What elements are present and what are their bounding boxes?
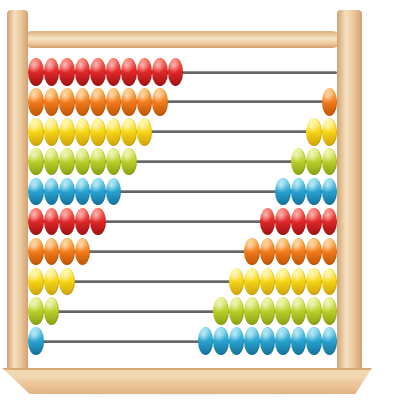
bead[interactable] (137, 88, 153, 116)
bead[interactable] (44, 297, 60, 325)
bead[interactable] (28, 208, 44, 236)
bead[interactable] (244, 297, 260, 325)
bead[interactable] (59, 178, 75, 206)
bead[interactable] (244, 327, 260, 355)
bead-group-right (229, 268, 338, 296)
bead[interactable] (121, 148, 137, 176)
bead[interactable] (229, 327, 245, 355)
bead[interactable] (44, 178, 60, 206)
bead-group-left (28, 118, 152, 146)
bead[interactable] (137, 58, 153, 86)
bead[interactable] (291, 238, 307, 266)
bead[interactable] (244, 238, 260, 266)
bead[interactable] (44, 118, 60, 146)
bead[interactable] (28, 268, 44, 296)
bead[interactable] (28, 297, 44, 325)
bead[interactable] (322, 297, 338, 325)
frame-left-post (7, 10, 28, 369)
bead[interactable] (306, 148, 322, 176)
bead[interactable] (322, 178, 338, 206)
bead[interactable] (275, 238, 291, 266)
bead-group-right (198, 327, 338, 355)
bead[interactable] (59, 208, 75, 236)
bead-group-left (28, 208, 106, 236)
bead-group-left (28, 58, 183, 86)
bead[interactable] (137, 118, 153, 146)
bead-group-right (275, 178, 337, 206)
bead[interactable] (106, 118, 122, 146)
bead[interactable] (28, 58, 44, 86)
bead-group-left (28, 297, 59, 325)
bead-row (28, 148, 337, 176)
bead[interactable] (322, 118, 338, 146)
bead-row (28, 327, 337, 355)
bead[interactable] (275, 268, 291, 296)
bead[interactable] (59, 118, 75, 146)
bead[interactable] (59, 88, 75, 116)
bead[interactable] (44, 58, 60, 86)
bead[interactable] (291, 268, 307, 296)
bead[interactable] (28, 118, 44, 146)
bead[interactable] (291, 178, 307, 206)
bead[interactable] (28, 238, 44, 266)
bead[interactable] (75, 148, 91, 176)
bead[interactable] (213, 297, 229, 325)
bead-row (28, 208, 337, 236)
bead[interactable] (59, 58, 75, 86)
bead-row (28, 58, 337, 86)
bead[interactable] (322, 327, 338, 355)
bead[interactable] (106, 58, 122, 86)
bead[interactable] (291, 148, 307, 176)
bead[interactable] (44, 88, 60, 116)
bead-row (28, 88, 337, 116)
bead[interactable] (44, 148, 60, 176)
bead[interactable] (90, 208, 106, 236)
bead[interactable] (291, 297, 307, 325)
bead[interactable] (75, 88, 91, 116)
bead[interactable] (322, 148, 338, 176)
bead[interactable] (229, 268, 245, 296)
bead[interactable] (121, 88, 137, 116)
bead-group-right (260, 208, 338, 236)
bead-group-left (28, 238, 90, 266)
frame-right-post (337, 10, 362, 369)
bead[interactable] (44, 238, 60, 266)
bead[interactable] (75, 238, 91, 266)
bead[interactable] (59, 268, 75, 296)
bead-row (28, 238, 337, 266)
bead[interactable] (75, 178, 91, 206)
bead[interactable] (260, 297, 276, 325)
bead[interactable] (90, 148, 106, 176)
bead[interactable] (168, 58, 184, 86)
bead[interactable] (28, 178, 44, 206)
bead-group-right (291, 148, 338, 176)
bead[interactable] (322, 238, 338, 266)
bead[interactable] (260, 268, 276, 296)
bead-group-left (28, 178, 121, 206)
bead[interactable] (306, 327, 322, 355)
frame-top-bar (24, 31, 340, 48)
bead-group-left (28, 327, 44, 355)
frame-base (2, 368, 372, 394)
bead[interactable] (306, 268, 322, 296)
bead[interactable] (90, 118, 106, 146)
bead-group-right (306, 118, 337, 146)
bead-group-left (28, 268, 75, 296)
bead[interactable] (322, 268, 338, 296)
bead[interactable] (275, 178, 291, 206)
abacus (0, 0, 400, 400)
bead[interactable] (59, 238, 75, 266)
bead[interactable] (306, 178, 322, 206)
bead[interactable] (260, 327, 276, 355)
bead[interactable] (213, 327, 229, 355)
bead[interactable] (59, 148, 75, 176)
bead[interactable] (28, 88, 44, 116)
bead[interactable] (106, 178, 122, 206)
bead[interactable] (152, 88, 168, 116)
bead[interactable] (306, 208, 322, 236)
bead[interactable] (121, 58, 137, 86)
bead[interactable] (28, 148, 44, 176)
bead[interactable] (244, 268, 260, 296)
bead[interactable] (322, 88, 338, 116)
bead[interactable] (260, 208, 276, 236)
bead[interactable] (198, 327, 214, 355)
bead[interactable] (275, 208, 291, 236)
bead-group-left (28, 88, 168, 116)
bead[interactable] (306, 118, 322, 146)
bead[interactable] (275, 297, 291, 325)
bead[interactable] (106, 148, 122, 176)
bead-group-left (28, 148, 137, 176)
bead[interactable] (28, 327, 44, 355)
bead[interactable] (152, 58, 168, 86)
bead-row (28, 178, 337, 206)
bead-row (28, 118, 337, 146)
bead[interactable] (291, 208, 307, 236)
bead[interactable] (121, 118, 137, 146)
bead-group-right (213, 297, 337, 325)
bead[interactable] (106, 88, 122, 116)
bead[interactable] (90, 88, 106, 116)
bead[interactable] (291, 327, 307, 355)
bead[interactable] (90, 58, 106, 86)
bead[interactable] (44, 268, 60, 296)
bead[interactable] (75, 118, 91, 146)
bead[interactable] (229, 297, 245, 325)
bead[interactable] (75, 208, 91, 236)
bead[interactable] (322, 208, 338, 236)
bead[interactable] (306, 297, 322, 325)
bead[interactable] (44, 208, 60, 236)
bead-group-right (244, 238, 337, 266)
bead[interactable] (75, 58, 91, 86)
bead[interactable] (90, 178, 106, 206)
bead[interactable] (275, 327, 291, 355)
bead[interactable] (260, 238, 276, 266)
bead-row (28, 297, 337, 325)
bead[interactable] (306, 238, 322, 266)
bead-group-right (322, 88, 338, 116)
bead-row (28, 268, 337, 296)
